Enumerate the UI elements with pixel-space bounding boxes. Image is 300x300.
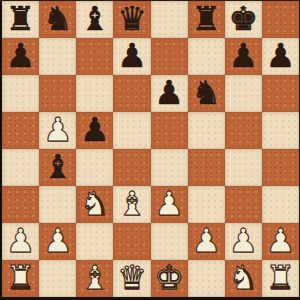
square-b8[interactable]: ♞ [39,1,76,38]
square-h4[interactable] [262,149,299,186]
square-d7[interactable]: ♟ [113,38,150,75]
square-c7[interactable] [76,38,113,75]
square-h6[interactable] [262,75,299,112]
square-h3[interactable] [262,186,299,223]
piece-black-rook: ♜ [191,2,221,35]
piece-white-pawn: ♟ [6,224,36,257]
piece-white-bishop: ♝ [117,187,147,220]
square-g3[interactable] [225,186,262,223]
square-b1[interactable] [39,260,76,297]
square-f3[interactable] [188,186,225,223]
square-a4[interactable] [2,149,39,186]
square-e3[interactable]: ♟ [151,186,188,223]
piece-white-pawn: ♟ [229,224,259,257]
piece-white-pawn: ♟ [266,224,296,257]
square-a6[interactable] [2,75,39,112]
square-f6[interactable]: ♞ [188,75,225,112]
piece-black-king: ♚ [229,2,259,35]
piece-black-pawn: ♟ [154,76,184,109]
piece-black-pawn: ♟ [6,39,36,72]
square-e4[interactable] [151,149,188,186]
piece-black-knight: ♞ [43,2,73,35]
square-h7[interactable]: ♟ [262,38,299,75]
piece-white-pawn: ♟ [43,224,73,257]
square-d1[interactable]: ♛ [113,260,150,297]
square-d2[interactable] [113,223,150,260]
square-b5[interactable]: ♟ [39,112,76,149]
square-b2[interactable]: ♟ [39,223,76,260]
square-c8[interactable]: ♝ [76,1,113,38]
square-d6[interactable] [113,75,150,112]
square-d3[interactable]: ♝ [113,186,150,223]
square-f2[interactable]: ♟ [188,223,225,260]
piece-white-pawn: ♟ [154,187,184,220]
chess-diagram: ♜♞♝♛♜♚♟♟♟♟♟♞♟♟♝♞♝♟♟♟♟♟♟♜♝♛♚♞♜ [0,0,300,300]
square-g2[interactable]: ♟ [225,223,262,260]
square-b4[interactable]: ♝ [39,149,76,186]
square-f7[interactable] [188,38,225,75]
square-h8[interactable] [262,1,299,38]
piece-white-knight: ♞ [229,261,259,294]
square-g5[interactable] [225,112,262,149]
piece-white-knight: ♞ [80,187,110,220]
square-c5[interactable]: ♟ [76,112,113,149]
square-b7[interactable] [39,38,76,75]
square-c4[interactable] [76,149,113,186]
square-g4[interactable] [225,149,262,186]
square-e8[interactable] [151,1,188,38]
square-a3[interactable] [2,186,39,223]
square-a5[interactable] [2,112,39,149]
square-e5[interactable] [151,112,188,149]
square-f5[interactable] [188,112,225,149]
piece-white-queen: ♛ [117,261,147,294]
piece-black-bishop: ♝ [43,150,73,183]
square-g1[interactable]: ♞ [225,260,262,297]
square-c2[interactable] [76,223,113,260]
square-e6[interactable]: ♟ [151,75,188,112]
square-g8[interactable]: ♚ [225,1,262,38]
square-e2[interactable] [151,223,188,260]
piece-white-rook: ♜ [266,261,296,294]
piece-black-bishop: ♝ [80,2,110,35]
square-h2[interactable]: ♟ [262,223,299,260]
piece-black-pawn: ♟ [80,113,110,146]
square-c1[interactable]: ♝ [76,260,113,297]
piece-white-rook: ♜ [6,261,36,294]
square-a7[interactable]: ♟ [2,38,39,75]
piece-black-pawn: ♟ [229,39,259,72]
square-b3[interactable] [39,186,76,223]
square-b6[interactable] [39,75,76,112]
square-e7[interactable] [151,38,188,75]
square-g6[interactable] [225,75,262,112]
square-g7[interactable]: ♟ [225,38,262,75]
piece-black-queen: ♛ [117,2,147,35]
piece-black-knight: ♞ [191,76,221,109]
square-d8[interactable]: ♛ [113,1,150,38]
piece-black-pawn: ♟ [117,39,147,72]
square-c6[interactable] [76,75,113,112]
square-a8[interactable]: ♜ [2,1,39,38]
square-d4[interactable] [113,149,150,186]
square-h5[interactable] [262,112,299,149]
square-a1[interactable]: ♜ [2,260,39,297]
square-f4[interactable] [188,149,225,186]
square-f1[interactable] [188,260,225,297]
piece-white-pawn: ♟ [191,224,221,257]
piece-black-pawn: ♟ [266,39,296,72]
piece-white-bishop: ♝ [80,261,110,294]
chess-board: ♜♞♝♛♜♚♟♟♟♟♟♞♟♟♝♞♝♟♟♟♟♟♟♜♝♛♚♞♜ [0,0,300,300]
piece-black-rook: ♜ [6,2,36,35]
piece-white-pawn: ♟ [43,113,73,146]
square-e1[interactable]: ♚ [151,260,188,297]
square-f8[interactable]: ♜ [188,1,225,38]
piece-white-king: ♚ [154,261,184,294]
square-c3[interactable]: ♞ [76,186,113,223]
square-a2[interactable]: ♟ [2,223,39,260]
square-h1[interactable]: ♜ [262,260,299,297]
square-d5[interactable] [113,112,150,149]
